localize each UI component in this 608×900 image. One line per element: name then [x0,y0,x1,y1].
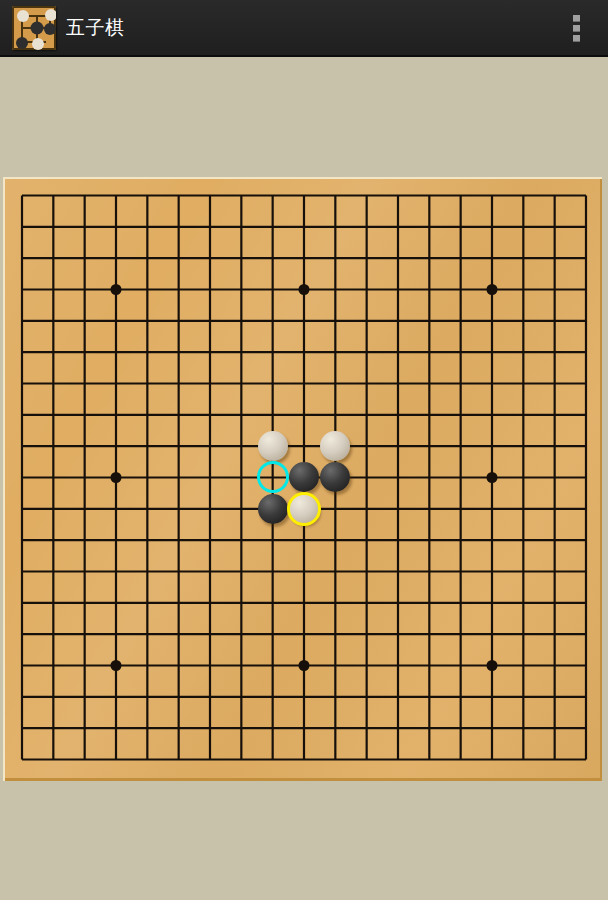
overflow-menu-icon [573,25,580,32]
stone-black [258,494,288,524]
star-point [486,660,497,671]
overflow-menu-button[interactable] [564,0,588,57]
content-area [0,59,608,900]
screen: 五子棋 [0,0,608,900]
overflow-menu-icon [573,35,580,42]
overflow-menu-icon [573,15,580,22]
star-point [298,660,309,671]
star-point [486,472,497,483]
star-point [110,284,121,295]
go-board[interactable] [3,177,602,781]
star-point [110,472,121,483]
star-point [486,284,497,295]
stone-white [258,431,288,461]
star-point [110,660,121,671]
last-move-marker [287,492,321,526]
app-icon [12,6,56,50]
app-title: 五子棋 [66,0,125,56]
action-bar: 五子棋 [0,0,608,57]
hint-marker [257,461,289,493]
app-icon-goboard-graphic [12,6,56,50]
star-point [298,284,309,295]
